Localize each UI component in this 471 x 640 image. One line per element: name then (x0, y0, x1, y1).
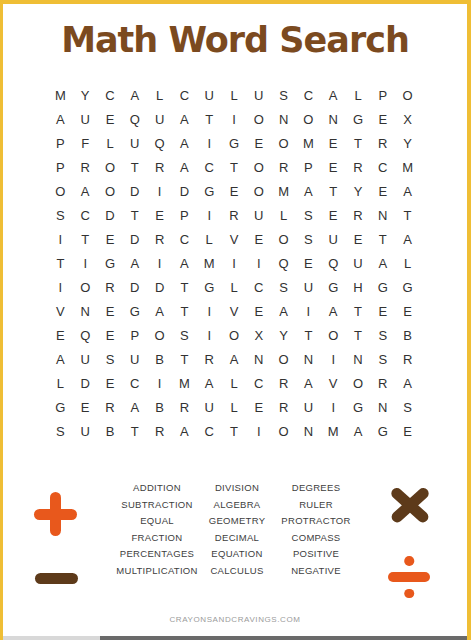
grid-cell: R (370, 371, 395, 395)
grid-cell: Q (147, 132, 172, 156)
grid-cell: F (73, 132, 98, 156)
grid-cell: M (296, 132, 321, 156)
word-list-column: DEGREESRULERPROTRACTORCOMPASSPOSITIVENEG… (256, 480, 376, 579)
grid-cell: R (98, 395, 123, 419)
grid-cell: P (48, 132, 73, 156)
progress-played-segment (3, 636, 100, 640)
grid-cell: C (73, 204, 98, 228)
grid-cell: T (172, 275, 197, 299)
grid-cell: P (172, 204, 197, 228)
grid-cell: L (48, 371, 73, 395)
grid-cell: U (197, 395, 222, 419)
grid-cell: L (222, 275, 247, 299)
grid-cell: I (48, 228, 73, 252)
grid-cell: S (271, 275, 296, 299)
grid-cell: V (222, 228, 247, 252)
grid-cell: E (246, 228, 271, 252)
grid-cell: G (370, 275, 395, 299)
grid-cell: D (172, 180, 197, 204)
grid-cell: I (222, 252, 247, 276)
grid-cell: E (370, 108, 395, 132)
grid-cell: A (395, 180, 420, 204)
grid-cell: I (197, 204, 222, 228)
grid-cell: E (222, 180, 247, 204)
grid-cell: C (172, 228, 197, 252)
grid-cell: U (296, 395, 321, 419)
grid-cell: U (73, 108, 98, 132)
grid-cell: V (321, 371, 346, 395)
grid-cell: M (172, 371, 197, 395)
grid-cell: E (98, 323, 123, 347)
grid-cell: N (271, 108, 296, 132)
grid-cell: I (222, 108, 247, 132)
grid-cell: R (73, 156, 98, 180)
grid-cell: D (98, 204, 123, 228)
grid-cell: O (271, 419, 296, 443)
grid-cell: P (296, 156, 321, 180)
grid-cell: E (296, 252, 321, 276)
grid-cell: R (346, 156, 371, 180)
grid-cell: G (197, 180, 222, 204)
grid-cell: S (370, 323, 395, 347)
grid-cell: D (122, 275, 147, 299)
grid-cell: G (122, 299, 147, 323)
grid-cell: I (197, 323, 222, 347)
grid-cell: B (98, 419, 123, 443)
grid-cell: U (246, 84, 271, 108)
grid-cell: T (222, 156, 247, 180)
grid-cell: U (321, 228, 346, 252)
grid-cell: P (122, 323, 147, 347)
grid-cell: D (122, 180, 147, 204)
grid-cell: G (197, 275, 222, 299)
grid-cell: S (271, 84, 296, 108)
grid-cell: A (222, 347, 247, 371)
grid-cell: R (222, 204, 247, 228)
grid-cell: E (98, 108, 123, 132)
grid-cell: B (147, 347, 172, 371)
grid-cell: U (73, 347, 98, 371)
grid-cell: U (147, 108, 172, 132)
grid-cell: I (197, 132, 222, 156)
grid-cell: A (346, 419, 371, 443)
grid-cell: Y (73, 84, 98, 108)
grid-cell: N (321, 108, 346, 132)
grid-cell: A (395, 371, 420, 395)
grid-cell: A (370, 252, 395, 276)
grid-cell: C (98, 84, 123, 108)
grid-cell: Q (122, 108, 147, 132)
grid-cell: A (172, 108, 197, 132)
grid-cell: A (321, 299, 346, 323)
grid-cell: S (296, 204, 321, 228)
grid-cell: P (370, 84, 395, 108)
grid-cell: N (246, 347, 271, 371)
grid-cell: T (48, 252, 73, 276)
grid-cell: C (246, 275, 271, 299)
grid-cell: O (271, 228, 296, 252)
grid-cell: I (197, 299, 222, 323)
grid-cell: E (147, 204, 172, 228)
grid-cell: E (246, 299, 271, 323)
grid-cell: A (172, 419, 197, 443)
grid-cell: C (122, 371, 147, 395)
grid-cell: E (395, 419, 420, 443)
grid-cell: Q (73, 323, 98, 347)
grid-cell: T (296, 323, 321, 347)
grid-cell: O (98, 180, 123, 204)
grid-cell: O (246, 108, 271, 132)
grid-cell: Q (271, 252, 296, 276)
grid-cell: U (73, 419, 98, 443)
grid-cell: O (246, 180, 271, 204)
grid-cell: A (172, 252, 197, 276)
puzzle-page: Math Word Search MYCALCULUSCALPOAUEQUATI… (0, 0, 471, 640)
grid-cell: M (48, 84, 73, 108)
grid-cell: I (246, 419, 271, 443)
grid-cell: T (346, 132, 371, 156)
grid-cell: R (147, 228, 172, 252)
puzzle-title: Math Word Search (3, 20, 467, 60)
grid-cell: I (48, 275, 73, 299)
word-item: RULER (256, 497, 376, 514)
grid-cell: L (197, 228, 222, 252)
grid-cell: A (73, 180, 98, 204)
grid-cell: T (172, 347, 197, 371)
grid-cell: I (246, 252, 271, 276)
grid-cell: R (147, 156, 172, 180)
grid-cell: E (346, 228, 371, 252)
grid-cell: R (147, 419, 172, 443)
divide-icon (388, 556, 430, 598)
grid-cell: X (395, 108, 420, 132)
grid-cell: L (346, 84, 371, 108)
progress-remaining-segment (100, 636, 467, 640)
footer-credit: CRAYONSANDCRAVINGS.COM (3, 615, 467, 624)
grid-cell: B (147, 395, 172, 419)
grid-cell: E (321, 132, 346, 156)
grid-cell: T (122, 156, 147, 180)
grid-cell: R (271, 395, 296, 419)
grid-cell: L (98, 132, 123, 156)
grid-cell: R (172, 395, 197, 419)
grid-cell: E (246, 395, 271, 419)
grid-cell: I (147, 180, 172, 204)
grid-cell: O (222, 323, 247, 347)
grid-cell: O (147, 323, 172, 347)
grid-cell: I (73, 252, 98, 276)
grid-cell: E (73, 395, 98, 419)
grid-cell: T (370, 228, 395, 252)
grid-cell: E (48, 323, 73, 347)
grid-cell: E (321, 156, 346, 180)
grid-cell: O (296, 108, 321, 132)
grid-cell: E (98, 299, 123, 323)
grid-cell: M (271, 180, 296, 204)
grid-cell: V (222, 299, 247, 323)
grid-cell: A (122, 252, 147, 276)
grid-cell: C (370, 156, 395, 180)
grid-cell: U (197, 84, 222, 108)
grid-cell: D (73, 371, 98, 395)
grid-cell: G (346, 108, 371, 132)
grid-cell: U (122, 347, 147, 371)
grid-cell: T (122, 419, 147, 443)
video-progress-bar (3, 636, 467, 640)
grid-cell: E (98, 371, 123, 395)
grid-cell: I (321, 395, 346, 419)
grid-cell: O (346, 371, 371, 395)
grid-cell: A (172, 156, 197, 180)
grid-cell: A (296, 180, 321, 204)
word-item: NEGATIVE (256, 563, 376, 580)
grid-cell: L (222, 84, 247, 108)
grid-cell: I (296, 299, 321, 323)
grid-cell: T (321, 180, 346, 204)
grid-cell: N (73, 299, 98, 323)
grid-cell: V (48, 299, 73, 323)
grid-cell: U (346, 252, 371, 276)
grid-cell: L (271, 204, 296, 228)
word-item: POSITIVE (256, 546, 376, 563)
grid-cell: E (395, 299, 420, 323)
grid-cell: G (222, 132, 247, 156)
grid-cell: A (48, 347, 73, 371)
grid-cell: S (370, 347, 395, 371)
grid-cell: N (296, 419, 321, 443)
grid-cell: R (370, 132, 395, 156)
plus-icon (34, 492, 77, 536)
word-item: DEGREES (256, 480, 376, 497)
grid-cell: I (147, 371, 172, 395)
grid-cell: L (222, 395, 247, 419)
grid-cell: A (172, 132, 197, 156)
grid-cell: M (395, 156, 420, 180)
grid-cell: A (122, 395, 147, 419)
grid-cell: Q (321, 252, 346, 276)
grid-cell: O (246, 156, 271, 180)
grid-cell: A (271, 299, 296, 323)
grid-cell: G (346, 395, 371, 419)
grid-cell: N (346, 347, 371, 371)
grid-cell: N (296, 347, 321, 371)
grid-cell: I (321, 347, 346, 371)
grid-cell: R (271, 371, 296, 395)
grid-cell: P (48, 156, 73, 180)
grid-cell: D (147, 275, 172, 299)
grid-cell: B (395, 323, 420, 347)
grid-cell: T (197, 108, 222, 132)
grid-cell: L (147, 84, 172, 108)
grid-cell: N (370, 204, 395, 228)
grid-cell: A (48, 108, 73, 132)
grid-cell: Y (271, 323, 296, 347)
grid-cell: O (321, 323, 346, 347)
grid-cell: O (73, 275, 98, 299)
grid-cell: H (346, 275, 371, 299)
grid-cell: O (98, 156, 123, 180)
grid-cell: M (197, 252, 222, 276)
grid-cell: D (122, 228, 147, 252)
grid-cell: G (98, 252, 123, 276)
grid-cell: X (246, 323, 271, 347)
grid-cell: R (197, 347, 222, 371)
grid-cell: A (321, 84, 346, 108)
grid-cell: T (346, 323, 371, 347)
grid-cell: S (98, 347, 123, 371)
grid-cell: G (321, 275, 346, 299)
grid-cell: L (395, 252, 420, 276)
word-item: COMPASS (256, 530, 376, 547)
grid-cell: U (246, 204, 271, 228)
multiply-icon (390, 487, 430, 523)
grid-cell: A (147, 299, 172, 323)
word-item: PROTRACTOR (256, 513, 376, 530)
grid-cell: E (246, 132, 271, 156)
grid-cell: O (271, 347, 296, 371)
grid-cell: A (122, 84, 147, 108)
grid-cell: G (48, 395, 73, 419)
grid-cell: R (98, 275, 123, 299)
grid-cell: O (395, 84, 420, 108)
grid-cell: O (48, 180, 73, 204)
grid-cell: T (172, 299, 197, 323)
grid-cell: S (395, 395, 420, 419)
grid-cell: M (321, 419, 346, 443)
grid-cell: G (395, 275, 420, 299)
grid-cell: E (98, 228, 123, 252)
grid-cell: L (222, 371, 247, 395)
grid-cell: C (246, 371, 271, 395)
grid-cell: E (321, 204, 346, 228)
grid-cell: T (122, 204, 147, 228)
grid-cell: T (222, 419, 247, 443)
grid-cell: U (122, 132, 147, 156)
minus-icon (35, 573, 78, 584)
grid-cell: S (48, 204, 73, 228)
grid-cell: R (271, 156, 296, 180)
grid-cell: N (370, 395, 395, 419)
grid-cell: A (395, 228, 420, 252)
grid-cell: Y (346, 180, 371, 204)
grid-cell: O (271, 132, 296, 156)
grid-cell: I (147, 252, 172, 276)
grid-cell: G (370, 419, 395, 443)
grid-cell: T (395, 204, 420, 228)
grid-cell: S (296, 228, 321, 252)
grid-cell: T (346, 299, 371, 323)
grid-cell: R (395, 347, 420, 371)
grid-cell: C (296, 84, 321, 108)
letter-grid: MYCALCULUSCALPOAUEQUATIONONGEXPFLUQAIGEO… (48, 84, 420, 443)
grid-cell: C (197, 419, 222, 443)
grid-cell: C (172, 84, 197, 108)
grid-cell: T (73, 228, 98, 252)
grid-cell: E (370, 180, 395, 204)
grid-cell: C (197, 156, 222, 180)
grid-cell: A (296, 371, 321, 395)
grid-cell: U (296, 275, 321, 299)
grid-cell: R (346, 204, 371, 228)
grid-cell: S (172, 323, 197, 347)
grid-cell: E (370, 299, 395, 323)
grid-cell: A (197, 371, 222, 395)
grid-cell: Y (395, 132, 420, 156)
grid-cell: S (48, 419, 73, 443)
